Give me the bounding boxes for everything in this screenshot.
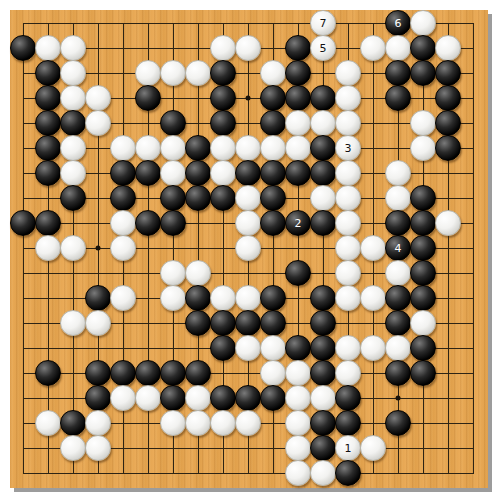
move-number-label: 6 [395, 18, 402, 29]
black-stone [310, 335, 336, 361]
black-stone [160, 110, 186, 136]
black-stone [210, 185, 236, 211]
black-stone [410, 360, 436, 386]
black-stone [260, 210, 286, 236]
black-stone [210, 385, 236, 411]
black-stone [110, 360, 136, 386]
white-stone [135, 135, 161, 161]
white-stone [235, 185, 261, 211]
black-stone [310, 135, 336, 161]
white-stone [60, 310, 86, 336]
black-stone [235, 310, 261, 336]
white-stone [85, 110, 111, 136]
black-stone [435, 110, 461, 136]
white-stone [360, 285, 386, 311]
white-stone [110, 235, 136, 261]
white-stone [335, 210, 361, 236]
white-stone [235, 235, 261, 261]
black-stone [435, 60, 461, 86]
white-stone [285, 360, 311, 386]
black-stone [35, 135, 61, 161]
white-stone [385, 335, 411, 361]
white-stone [260, 60, 286, 86]
black-stone [410, 235, 436, 261]
black-stone [410, 335, 436, 361]
black-stone [160, 360, 186, 386]
white-stone [335, 160, 361, 186]
white-stone [310, 460, 336, 486]
black-stone [210, 60, 236, 86]
white-stone [160, 160, 186, 186]
black-stone [185, 285, 211, 311]
white-stone [85, 310, 111, 336]
white-stone [335, 185, 361, 211]
star-point [246, 96, 251, 101]
black-stone [35, 60, 61, 86]
black-stone [385, 285, 411, 311]
black-stone [160, 185, 186, 211]
white-stone [385, 185, 411, 211]
white-stone [235, 285, 261, 311]
black-stone [185, 185, 211, 211]
black-stone [335, 460, 361, 486]
white-stone [85, 410, 111, 436]
white-stone [385, 260, 411, 286]
white-stone [210, 160, 236, 186]
white-stone [35, 410, 61, 436]
move-number-label: 4 [395, 243, 402, 254]
black-stone [60, 110, 86, 136]
white-stone [85, 435, 111, 461]
white-stone: 7 [310, 10, 336, 36]
white-stone [160, 285, 186, 311]
black-stone [285, 160, 311, 186]
white-stone [160, 410, 186, 436]
black-stone [310, 360, 336, 386]
black-stone [410, 285, 436, 311]
white-stone: 3 [335, 135, 361, 161]
black-stone [385, 310, 411, 336]
black-stone [310, 435, 336, 461]
white-stone [235, 210, 261, 236]
black-stone [85, 385, 111, 411]
black-stone [210, 110, 236, 136]
white-stone [60, 85, 86, 111]
white-stone [435, 210, 461, 236]
black-stone [85, 360, 111, 386]
white-stone: 1 [335, 435, 361, 461]
white-stone [260, 335, 286, 361]
white-stone [385, 35, 411, 61]
black-stone [285, 335, 311, 361]
white-stone [235, 135, 261, 161]
white-stone [235, 35, 261, 61]
black-stone [260, 310, 286, 336]
black-stone [260, 110, 286, 136]
white-stone [260, 360, 286, 386]
black-stone [210, 310, 236, 336]
black-stone [135, 85, 161, 111]
white-stone [410, 310, 436, 336]
black-stone [385, 60, 411, 86]
black-stone [260, 185, 286, 211]
white-stone [60, 35, 86, 61]
black-stone [210, 85, 236, 111]
white-stone [260, 135, 286, 161]
black-stone: 2 [285, 210, 311, 236]
black-stone [260, 85, 286, 111]
white-stone [310, 385, 336, 411]
black-stone: 4 [385, 235, 411, 261]
white-stone [35, 235, 61, 261]
white-stone [410, 10, 436, 36]
white-stone [310, 110, 336, 136]
black-stone [185, 160, 211, 186]
black-stone [10, 35, 36, 61]
go-board[interactable]: 7653241 [10, 10, 488, 488]
white-stone [60, 135, 86, 161]
white-stone [335, 335, 361, 361]
black-stone [310, 160, 336, 186]
black-stone [410, 260, 436, 286]
white-stone [385, 160, 411, 186]
black-stone [310, 85, 336, 111]
white-stone [335, 285, 361, 311]
white-stone [60, 160, 86, 186]
white-stone [135, 60, 161, 86]
black-stone [35, 360, 61, 386]
black-stone [35, 110, 61, 136]
star-point [396, 396, 401, 401]
black-stone [310, 410, 336, 436]
white-stone [335, 110, 361, 136]
white-stone [185, 260, 211, 286]
white-stone [60, 235, 86, 261]
black-stone [335, 385, 361, 411]
black-stone [285, 60, 311, 86]
white-stone [60, 60, 86, 86]
black-stone [410, 185, 436, 211]
white-stone [160, 60, 186, 86]
white-stone [285, 410, 311, 436]
black-stone [285, 85, 311, 111]
black-stone [385, 410, 411, 436]
white-stone [335, 60, 361, 86]
white-stone [335, 235, 361, 261]
white-stone [35, 35, 61, 61]
move-number-label: 7 [320, 18, 327, 29]
black-stone [185, 310, 211, 336]
white-stone [335, 260, 361, 286]
white-stone [285, 110, 311, 136]
black-stone [385, 210, 411, 236]
white-stone [110, 210, 136, 236]
black-stone [285, 35, 311, 61]
star-point [96, 246, 101, 251]
white-stone [110, 135, 136, 161]
black-stone [110, 185, 136, 211]
black-stone [235, 160, 261, 186]
white-stone [285, 135, 311, 161]
black-stone [310, 210, 336, 236]
white-stone [160, 260, 186, 286]
black-stone [335, 410, 361, 436]
black-stone [10, 210, 36, 236]
white-stone [435, 35, 461, 61]
move-number-label: 5 [320, 43, 327, 54]
white-stone [235, 410, 261, 436]
black-stone [260, 285, 286, 311]
black-stone [310, 310, 336, 336]
black-stone [435, 135, 461, 161]
black-stone [410, 35, 436, 61]
black-stone [35, 210, 61, 236]
black-stone [385, 85, 411, 111]
white-stone [210, 410, 236, 436]
white-stone [160, 135, 186, 161]
black-stone [410, 210, 436, 236]
black-stone [210, 335, 236, 361]
white-stone [60, 435, 86, 461]
black-stone [85, 285, 111, 311]
page: { "game": "go", "board": { "size": 19, "… [0, 0, 500, 500]
white-stone [235, 335, 261, 361]
white-stone [360, 35, 386, 61]
white-stone [360, 335, 386, 361]
white-stone [110, 285, 136, 311]
black-stone [260, 385, 286, 411]
black-stone [285, 260, 311, 286]
move-number-label: 3 [345, 143, 352, 154]
white-stone [210, 285, 236, 311]
black-stone [35, 85, 61, 111]
white-stone [360, 235, 386, 261]
white-stone [285, 460, 311, 486]
white-stone [285, 435, 311, 461]
black-stone [110, 160, 136, 186]
white-stone [360, 435, 386, 461]
black-stone [60, 410, 86, 436]
black-stone [135, 210, 161, 236]
black-stone [160, 385, 186, 411]
white-stone [410, 135, 436, 161]
black-stone [260, 160, 286, 186]
black-stone [60, 185, 86, 211]
grid-line-horizontal [23, 473, 474, 474]
black-stone [435, 85, 461, 111]
black-stone: 6 [385, 10, 411, 36]
move-number-label: 1 [345, 443, 352, 454]
white-stone [210, 35, 236, 61]
black-stone [185, 360, 211, 386]
white-stone [285, 385, 311, 411]
white-stone [335, 85, 361, 111]
white-stone [410, 110, 436, 136]
black-stone [310, 285, 336, 311]
black-stone [235, 385, 261, 411]
black-stone [135, 160, 161, 186]
grid-line-vertical [473, 23, 474, 474]
white-stone [110, 385, 136, 411]
black-stone [35, 160, 61, 186]
black-stone [160, 210, 186, 236]
black-stone [135, 360, 161, 386]
white-stone [185, 60, 211, 86]
black-stone [385, 360, 411, 386]
white-stone: 5 [310, 35, 336, 61]
black-stone [410, 60, 436, 86]
black-stone [185, 135, 211, 161]
white-stone [135, 385, 161, 411]
white-stone [210, 135, 236, 161]
white-stone [335, 360, 361, 386]
white-stone [310, 185, 336, 211]
white-stone [85, 85, 111, 111]
white-stone [185, 410, 211, 436]
move-number-label: 2 [295, 218, 302, 229]
white-stone [185, 385, 211, 411]
